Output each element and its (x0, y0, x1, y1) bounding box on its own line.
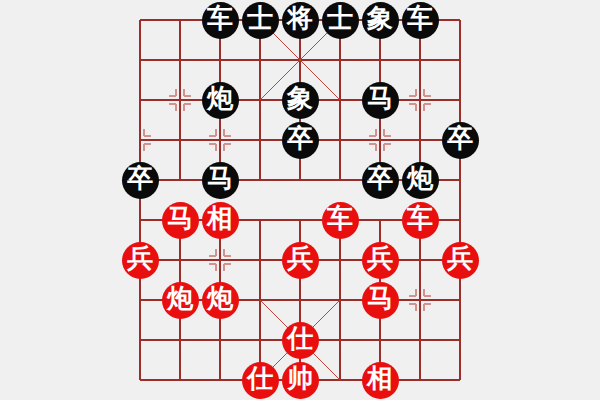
piece-red-soldier[interactable]: 兵 (362, 242, 399, 279)
piece-black-horse[interactable]: 马 (362, 82, 399, 119)
piece-red-advisor[interactable]: 仕 (282, 322, 319, 359)
piece-black-soldier[interactable]: 卒 (122, 162, 159, 199)
piece-black-soldier[interactable]: 卒 (362, 162, 399, 199)
piece-black-soldier[interactable]: 卒 (282, 122, 319, 159)
piece-red-elephant[interactable]: 相 (362, 362, 399, 399)
piece-red-cannon[interactable]: 炮 (162, 282, 199, 319)
piece-red-advisor[interactable]: 仕 (242, 362, 279, 399)
piece-black-soldier[interactable]: 卒 (442, 122, 479, 159)
piece-red-chariot[interactable]: 车 (322, 202, 359, 239)
piece-black-chariot[interactable]: 车 (202, 2, 239, 39)
piece-red-soldier[interactable]: 兵 (122, 242, 159, 279)
piece-red-chariot[interactable]: 车 (402, 202, 439, 239)
piece-red-cannon[interactable]: 炮 (202, 282, 239, 319)
xiangqi-board[interactable]: 车士将士象车炮象马卒卒卒马卒炮马相车车兵兵兵兵炮炮马仕仕帅相 (120, 0, 480, 400)
piece-red-horse[interactable]: 马 (162, 202, 199, 239)
piece-red-soldier[interactable]: 兵 (442, 242, 479, 279)
piece-red-elephant[interactable]: 相 (202, 202, 239, 239)
piece-black-advisor[interactable]: 士 (322, 2, 359, 39)
piece-black-chariot[interactable]: 车 (402, 2, 439, 39)
piece-black-cannon[interactable]: 炮 (402, 162, 439, 199)
piece-black-elephant[interactable]: 象 (282, 82, 319, 119)
xiangqi-diagram: 车士将士象车炮象马卒卒卒马卒炮马相车车兵兵兵兵炮炮马仕仕帅相 (0, 0, 600, 400)
piece-black-elephant[interactable]: 象 (362, 2, 399, 39)
piece-black-cannon[interactable]: 炮 (202, 82, 239, 119)
piece-red-soldier[interactable]: 兵 (282, 242, 319, 279)
piece-black-horse[interactable]: 马 (202, 162, 239, 199)
piece-red-general[interactable]: 帅 (282, 362, 319, 399)
piece-red-horse[interactable]: 马 (362, 282, 399, 319)
piece-black-general[interactable]: 将 (282, 2, 319, 39)
piece-black-advisor[interactable]: 士 (242, 2, 279, 39)
